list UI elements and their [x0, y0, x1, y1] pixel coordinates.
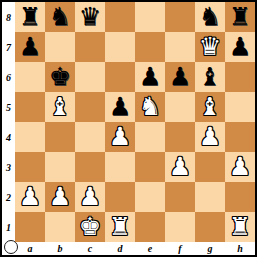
square-e2[interactable]	[135, 182, 165, 212]
rank-label-6: 6	[2, 62, 15, 92]
square-a8[interactable]: ♜	[15, 2, 45, 32]
square-d8[interactable]	[105, 2, 135, 32]
file-label-e: e	[135, 242, 165, 255]
file-label-g: g	[195, 242, 225, 255]
square-b5[interactable]: ♝	[45, 92, 75, 122]
square-g5[interactable]: ♝	[195, 92, 225, 122]
square-f7[interactable]	[165, 32, 195, 62]
rank-label-7: 7	[2, 32, 15, 62]
square-e3[interactable]	[135, 152, 165, 182]
square-b6[interactable]: ♚	[45, 62, 75, 92]
square-b7[interactable]	[45, 32, 75, 62]
piece-black-pawn[interactable]: ♟	[19, 32, 41, 62]
square-f8[interactable]	[165, 2, 195, 32]
piece-black-rook[interactable]: ♜	[19, 2, 41, 32]
square-c8[interactable]: ♛	[75, 2, 105, 32]
square-d6[interactable]	[105, 62, 135, 92]
piece-white-knight[interactable]: ♞	[139, 92, 161, 122]
square-h1[interactable]: ♜	[225, 212, 255, 242]
square-d7[interactable]	[105, 32, 135, 62]
square-f1[interactable]	[165, 212, 195, 242]
square-a4[interactable]	[15, 122, 45, 152]
square-c2[interactable]: ♟	[75, 182, 105, 212]
piece-black-pawn[interactable]: ♟	[169, 62, 191, 92]
square-f4[interactable]	[165, 122, 195, 152]
square-f6[interactable]: ♟	[165, 62, 195, 92]
piece-white-queen[interactable]: ♛	[199, 32, 221, 62]
piece-black-pawn[interactable]: ♟	[229, 32, 251, 62]
square-a3[interactable]	[15, 152, 45, 182]
piece-black-knight[interactable]: ♞	[199, 2, 221, 32]
piece-black-queen[interactable]: ♛	[79, 2, 101, 32]
piece-black-bishop[interactable]: ♝	[199, 62, 221, 92]
square-e6[interactable]: ♟	[135, 62, 165, 92]
square-d4[interactable]: ♟	[105, 122, 135, 152]
file-label-d: d	[105, 242, 135, 255]
square-h7[interactable]: ♟	[225, 32, 255, 62]
square-a7[interactable]: ♟	[15, 32, 45, 62]
square-c3[interactable]	[75, 152, 105, 182]
piece-white-pawn[interactable]: ♟	[229, 152, 251, 182]
piece-white-rook[interactable]: ♜	[109, 212, 131, 242]
square-f2[interactable]	[165, 182, 195, 212]
side-to-move-indicator	[4, 240, 20, 255]
square-e8[interactable]	[135, 2, 165, 32]
piece-white-pawn[interactable]: ♟	[199, 122, 221, 152]
rank-label-4: 4	[2, 122, 15, 152]
square-d2[interactable]	[105, 182, 135, 212]
chess-diagram: 87654321 ♜♞♛♞♜♟♛♟♚♟♟♝♝♟♞♝♟♟♟♟♟♟♟♚♜♜ abcd…	[0, 0, 257, 257]
square-b3[interactable]	[45, 152, 75, 182]
piece-white-pawn[interactable]: ♟	[79, 182, 101, 212]
square-b1[interactable]	[45, 212, 75, 242]
rank-label-1: 1	[2, 212, 15, 242]
square-a6[interactable]	[15, 62, 45, 92]
piece-white-rook[interactable]: ♜	[229, 212, 251, 242]
square-g1[interactable]	[195, 212, 225, 242]
square-f5[interactable]	[165, 92, 195, 122]
square-h2[interactable]	[225, 182, 255, 212]
square-d5[interactable]: ♟	[105, 92, 135, 122]
piece-black-knight[interactable]: ♞	[49, 2, 71, 32]
chess-board[interactable]: ♜♞♛♞♜♟♛♟♚♟♟♝♝♟♞♝♟♟♟♟♟♟♟♚♜♜	[15, 2, 255, 242]
square-d1[interactable]: ♜	[105, 212, 135, 242]
file-label-f: f	[165, 242, 195, 255]
square-b2[interactable]: ♟	[45, 182, 75, 212]
square-g2[interactable]	[195, 182, 225, 212]
square-a2[interactable]: ♟	[15, 182, 45, 212]
square-f3[interactable]: ♟	[165, 152, 195, 182]
square-h5[interactable]	[225, 92, 255, 122]
piece-white-pawn[interactable]: ♟	[49, 182, 71, 212]
square-g3[interactable]	[195, 152, 225, 182]
piece-black-rook[interactable]: ♜	[229, 2, 251, 32]
square-h6[interactable]	[225, 62, 255, 92]
piece-white-pawn[interactable]: ♟	[169, 152, 191, 182]
square-e4[interactable]	[135, 122, 165, 152]
rank-label-5: 5	[2, 92, 15, 122]
rank-label-3: 3	[2, 152, 15, 182]
square-a1[interactable]	[15, 212, 45, 242]
piece-white-bishop[interactable]: ♝	[49, 92, 71, 122]
piece-white-king[interactable]: ♚	[79, 212, 101, 242]
square-e5[interactable]: ♞	[135, 92, 165, 122]
square-c7[interactable]	[75, 32, 105, 62]
file-label-b: b	[45, 242, 75, 255]
piece-black-pawn[interactable]: ♟	[109, 92, 131, 122]
file-label-c: c	[75, 242, 105, 255]
square-b8[interactable]: ♞	[45, 2, 75, 32]
square-c5[interactable]	[75, 92, 105, 122]
file-label-h: h	[225, 242, 255, 255]
square-h4[interactable]	[225, 122, 255, 152]
square-c4[interactable]	[75, 122, 105, 152]
piece-white-bishop[interactable]: ♝	[199, 92, 221, 122]
square-c1[interactable]: ♚	[75, 212, 105, 242]
piece-black-pawn[interactable]: ♟	[139, 62, 161, 92]
file-labels: abcdefgh	[15, 242, 255, 255]
square-h8[interactable]: ♜	[225, 2, 255, 32]
piece-black-king[interactable]: ♚	[49, 62, 71, 92]
square-g6[interactable]: ♝	[195, 62, 225, 92]
rank-label-2: 2	[2, 182, 15, 212]
square-e7[interactable]	[135, 32, 165, 62]
square-e1[interactable]	[135, 212, 165, 242]
square-g8[interactable]: ♞	[195, 2, 225, 32]
piece-white-pawn[interactable]: ♟	[19, 182, 41, 212]
square-g7[interactable]: ♛	[195, 32, 225, 62]
square-c6[interactable]	[75, 62, 105, 92]
white-to-move-circle-icon	[4, 240, 18, 254]
square-d3[interactable]	[105, 152, 135, 182]
square-b4[interactable]	[45, 122, 75, 152]
square-a5[interactable]	[15, 92, 45, 122]
square-h3[interactable]: ♟	[225, 152, 255, 182]
rank-labels: 87654321	[2, 2, 15, 242]
rank-label-8: 8	[2, 2, 15, 32]
piece-white-pawn[interactable]: ♟	[109, 122, 131, 152]
square-g4[interactable]: ♟	[195, 122, 225, 152]
